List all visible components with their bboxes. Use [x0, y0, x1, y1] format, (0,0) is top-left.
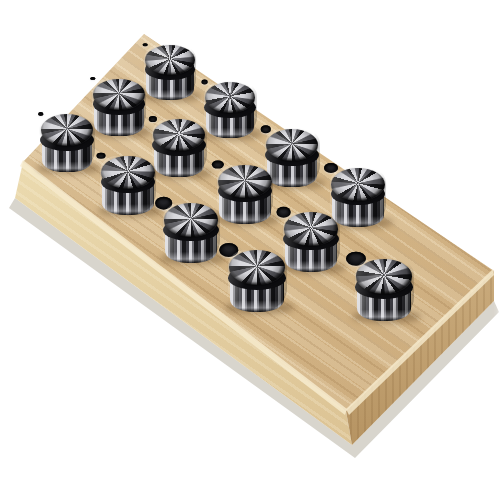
collet-front-1	[40, 114, 95, 172]
collet-bore-hole	[143, 43, 148, 46]
collet-mid-1	[92, 79, 146, 136]
collet-sheen-highlight	[152, 119, 207, 177]
collet-sheen-highlight	[283, 212, 340, 272]
collet-front-2	[100, 156, 156, 215]
collet-mid-4	[283, 212, 340, 272]
collet-front-3	[163, 203, 220, 263]
collet-bore-hole	[90, 77, 95, 81]
collet-mid-2	[152, 119, 207, 177]
collet-sheen-highlight	[92, 79, 146, 136]
collet-sheen-highlight	[144, 45, 196, 100]
collet-mid-3	[217, 165, 273, 224]
collet-back-1	[144, 45, 196, 100]
collet-sheen-highlight	[217, 165, 273, 224]
collet-sheen-highlight	[355, 259, 414, 321]
product-photo-scene	[0, 0, 500, 500]
collet-bore-hole	[260, 125, 270, 133]
collet-bore-hole	[148, 116, 156, 122]
collet-back-2	[204, 82, 257, 138]
collet-mid-5	[355, 259, 414, 321]
collet-bore-hole	[97, 152, 106, 158]
collet-bore-hole	[38, 112, 44, 116]
collet-sheen-highlight	[228, 250, 287, 312]
collet-bore-hole	[201, 80, 208, 85]
collet-sheen-highlight	[204, 82, 257, 138]
collet-front-4	[228, 250, 287, 312]
collet-sheen-highlight	[163, 203, 220, 263]
collet-sheen-highlight	[40, 114, 95, 172]
collet-sheen-highlight	[100, 156, 156, 215]
